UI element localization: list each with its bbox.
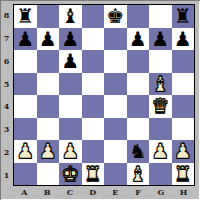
white-pawn-a2[interactable]: ♟ — [14, 140, 37, 163]
rank-labels: 87654321 — [0, 4, 13, 186]
square-a5[interactable] — [14, 73, 37, 96]
square-f4[interactable] — [127, 95, 150, 118]
file-label-B: B — [36, 186, 59, 198]
file-label-F: F — [127, 186, 150, 198]
square-b2[interactable]: ♟ — [37, 140, 60, 163]
square-b8[interactable] — [37, 5, 60, 28]
file-label-D: D — [81, 186, 104, 198]
white-pawn-c2[interactable]: ♟ — [59, 140, 82, 163]
square-f2[interactable]: ♞ — [127, 140, 150, 163]
square-d1[interactable]: ♜ — [82, 163, 105, 186]
black-king-e8[interactable]: ♚ — [104, 5, 127, 28]
file-label-E: E — [104, 186, 127, 198]
rank-label-7: 7 — [0, 27, 13, 50]
square-b6[interactable] — [37, 50, 60, 73]
square-e6[interactable] — [104, 50, 127, 73]
square-d6[interactable] — [82, 50, 105, 73]
square-g3[interactable] — [149, 118, 172, 141]
square-b7[interactable]: ♟ — [37, 28, 60, 51]
square-c6[interactable]: ♟ — [59, 50, 82, 73]
white-rook-h1[interactable]: ♜ — [172, 163, 195, 186]
square-h1[interactable]: ♜ — [172, 163, 195, 186]
square-a4[interactable] — [14, 95, 37, 118]
square-e2[interactable] — [104, 140, 127, 163]
square-b4[interactable] — [37, 95, 60, 118]
square-g2[interactable]: ♟ — [149, 140, 172, 163]
black-pawn-h7[interactable]: ♟ — [172, 28, 195, 51]
square-c3[interactable] — [59, 118, 82, 141]
square-c5[interactable] — [59, 73, 82, 96]
white-king-c1[interactable]: ♚ — [59, 163, 82, 186]
black-bishop-c8[interactable]: ♝ — [59, 5, 82, 28]
square-h3[interactable] — [172, 118, 195, 141]
square-h6[interactable] — [172, 50, 195, 73]
square-b5[interactable] — [37, 73, 60, 96]
white-bishop-f1[interactable]: ♝ — [127, 163, 150, 186]
white-pawn-g2[interactable]: ♟ — [149, 140, 172, 163]
square-f5[interactable] — [127, 73, 150, 96]
square-e1[interactable] — [104, 163, 127, 186]
square-a3[interactable] — [14, 118, 37, 141]
square-c7[interactable]: ♟ — [59, 28, 82, 51]
file-label-H: H — [172, 186, 195, 198]
white-rook-d1[interactable]: ♜ — [82, 163, 105, 186]
square-e7[interactable] — [104, 28, 127, 51]
square-h8[interactable]: ♜ — [172, 5, 195, 28]
square-c4[interactable] — [59, 95, 82, 118]
square-e4[interactable] — [104, 95, 127, 118]
black-pawn-c7[interactable]: ♟ — [59, 28, 82, 51]
rank-label-2: 2 — [0, 141, 13, 164]
white-pawn-h2[interactable]: ♟ — [172, 140, 195, 163]
white-pawn-b2[interactable]: ♟ — [37, 140, 60, 163]
square-d3[interactable] — [82, 118, 105, 141]
square-g1[interactable] — [149, 163, 172, 186]
square-e3[interactable] — [104, 118, 127, 141]
white-queen-g4[interactable]: ♛ — [149, 95, 172, 118]
square-b3[interactable] — [37, 118, 60, 141]
square-g4[interactable]: ♛ — [149, 95, 172, 118]
rank-label-4: 4 — [0, 95, 13, 118]
black-knight-f2[interactable]: ♞ — [127, 140, 150, 163]
square-d7[interactable] — [82, 28, 105, 51]
square-e8[interactable]: ♚ — [104, 5, 127, 28]
square-d8[interactable] — [82, 5, 105, 28]
black-pawn-f7[interactable]: ♟ — [127, 28, 150, 51]
square-d4[interactable] — [82, 95, 105, 118]
rank-label-1: 1 — [0, 163, 13, 186]
square-a8[interactable]: ♜ — [14, 5, 37, 28]
file-label-A: A — [13, 186, 36, 198]
square-d5[interactable] — [82, 73, 105, 96]
black-pawn-c6[interactable]: ♟ — [59, 50, 82, 73]
square-d2[interactable] — [82, 140, 105, 163]
square-f7[interactable]: ♟ — [127, 28, 150, 51]
square-f3[interactable] — [127, 118, 150, 141]
rank-label-5: 5 — [0, 72, 13, 95]
square-g7[interactable]: ♟ — [149, 28, 172, 51]
black-pawn-a7[interactable]: ♟ — [14, 28, 37, 51]
square-g6[interactable] — [149, 50, 172, 73]
square-h2[interactable]: ♟ — [172, 140, 195, 163]
square-c2[interactable]: ♟ — [59, 140, 82, 163]
black-pawn-g7[interactable]: ♟ — [149, 28, 172, 51]
square-a7[interactable]: ♟ — [14, 28, 37, 51]
black-pawn-b7[interactable]: ♟ — [37, 28, 60, 51]
square-h5[interactable] — [172, 73, 195, 96]
rank-label-6: 6 — [0, 50, 13, 73]
square-c8[interactable]: ♝ — [59, 5, 82, 28]
file-label-G: G — [150, 186, 173, 198]
square-f8[interactable] — [127, 5, 150, 28]
square-f1[interactable]: ♝ — [127, 163, 150, 186]
square-h4[interactable] — [172, 95, 195, 118]
square-f6[interactable] — [127, 50, 150, 73]
white-bishop-g5[interactable]: ♝ — [149, 73, 172, 96]
rank-label-3: 3 — [0, 118, 13, 141]
square-a6[interactable] — [14, 50, 37, 73]
square-c1[interactable]: ♚ — [59, 163, 82, 186]
square-g8[interactable] — [149, 5, 172, 28]
square-b1[interactable] — [37, 163, 60, 186]
chess-app-frame: 87654321 ♜♝♚♜♟♟♟♟♟♟♟♝♛♟♟♟♞♟♟♚♜♝♜ ABCDEFG… — [0, 0, 200, 200]
square-e5[interactable] — [104, 73, 127, 96]
chess-board: ♜♝♚♜♟♟♟♟♟♟♟♝♛♟♟♟♞♟♟♚♜♝♜ — [13, 4, 195, 186]
file-label-C: C — [59, 186, 82, 198]
square-a2[interactable]: ♟ — [14, 140, 37, 163]
square-a1[interactable] — [14, 163, 37, 186]
black-rook-a8[interactable]: ♜ — [14, 5, 37, 28]
rank-label-8: 8 — [0, 4, 13, 27]
black-rook-h8[interactable]: ♜ — [172, 5, 195, 28]
file-labels: ABCDEFGH — [13, 186, 195, 198]
square-g5[interactable]: ♝ — [149, 73, 172, 96]
square-h7[interactable]: ♟ — [172, 28, 195, 51]
